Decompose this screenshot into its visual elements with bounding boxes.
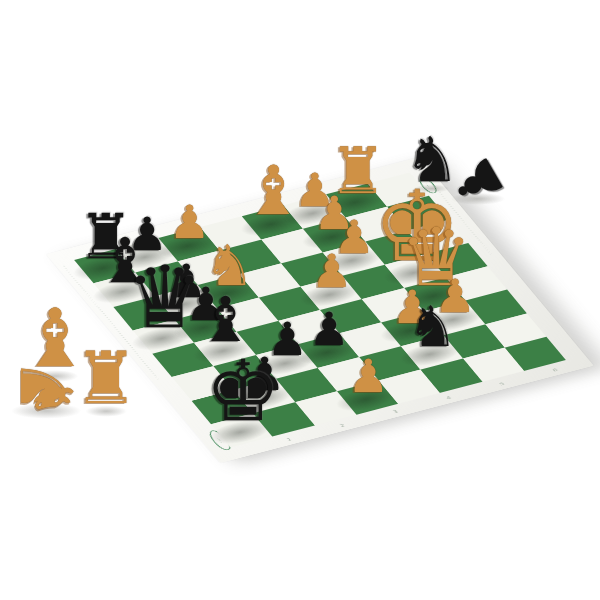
- black-knight: ♞: [408, 300, 458, 353]
- white-pawn: ♟: [311, 250, 352, 294]
- white-rook-offboard: ♜: [74, 342, 139, 414]
- black-queen: ♛: [126, 257, 203, 339]
- black-king: ♚: [205, 352, 280, 432]
- square-a5: ♛: [133, 319, 194, 353]
- black-pawn: ♟: [308, 308, 349, 352]
- white-knight-lying: ♞: [10, 357, 82, 422]
- white-pawn: ♟: [348, 355, 389, 399]
- white-bishop: ♝: [243, 159, 304, 224]
- photo-stage: ········································…: [0, 0, 600, 600]
- chess-board: ♜♟♟♝♟♜♝♟♟♞♟♛♟♟♚♝♛♟♟♟♟♟♞♚♟: [74, 173, 566, 448]
